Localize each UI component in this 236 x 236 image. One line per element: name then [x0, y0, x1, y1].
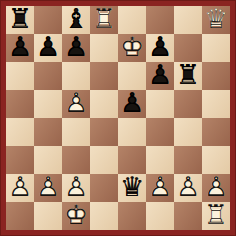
square-e3[interactable]: [118, 146, 146, 174]
piece-glyph-outline: ♙: [6, 32, 34, 62]
piece-glyph-outline: ♖: [202, 200, 230, 230]
square-d5[interactable]: [90, 90, 118, 118]
white-king: ♚♔: [62, 202, 90, 230]
square-a8[interactable]: ♜♖: [6, 6, 34, 34]
piece-glyph-fill: ♟: [146, 60, 174, 90]
white-pawn: ♟♙: [6, 174, 34, 202]
chess-board: ♜♖♝♗♜♖♛♕♟♙♟♙♟♙♚♔♟♙♟♙♜♖♟♙♟♙♟♙♟♙♟♙♛♕♟♙♟♙♟♙…: [6, 6, 230, 230]
black-pawn: ♟♙: [146, 34, 174, 62]
square-g1[interactable]: [174, 202, 202, 230]
square-e8[interactable]: [118, 6, 146, 34]
piece-glyph-outline: ♙: [118, 88, 146, 118]
square-g2[interactable]: ♟♙: [174, 174, 202, 202]
piece-glyph-outline: ♔: [62, 200, 90, 230]
piece-glyph-outline: ♙: [62, 172, 90, 202]
piece-glyph-fill: ♜: [174, 60, 202, 90]
black-pawn: ♟♙: [62, 34, 90, 62]
square-f3[interactable]: [146, 146, 174, 174]
white-pawn: ♟♙: [62, 90, 90, 118]
square-c3[interactable]: [62, 146, 90, 174]
square-h5[interactable]: [202, 90, 230, 118]
piece-glyph-fill: ♛: [202, 4, 230, 34]
square-c6[interactable]: [62, 62, 90, 90]
square-d8[interactable]: ♜♖: [90, 6, 118, 34]
square-d4[interactable]: [90, 118, 118, 146]
black-queen: ♛♕: [118, 174, 146, 202]
piece-glyph-fill: ♜: [202, 200, 230, 230]
piece-glyph-fill: ♜: [6, 4, 34, 34]
square-c1[interactable]: ♚♔: [62, 202, 90, 230]
square-b4[interactable]: [34, 118, 62, 146]
square-e6[interactable]: [118, 62, 146, 90]
square-e2[interactable]: ♛♕: [118, 174, 146, 202]
piece-glyph-outline: ♗: [62, 4, 90, 34]
piece-glyph-outline: ♙: [6, 172, 34, 202]
square-b6[interactable]: [34, 62, 62, 90]
square-d2[interactable]: [90, 174, 118, 202]
square-a1[interactable]: [6, 202, 34, 230]
piece-glyph-fill: ♟: [34, 172, 62, 202]
black-pawn: ♟♙: [6, 34, 34, 62]
piece-glyph-fill: ♟: [62, 88, 90, 118]
square-f4[interactable]: [146, 118, 174, 146]
square-g4[interactable]: [174, 118, 202, 146]
square-a6[interactable]: [6, 62, 34, 90]
square-g7[interactable]: [174, 34, 202, 62]
piece-glyph-fill: ♟: [6, 32, 34, 62]
square-e1[interactable]: [118, 202, 146, 230]
piece-glyph-fill: ♝: [62, 4, 90, 34]
board-frame: ♜♖♝♗♜♖♛♕♟♙♟♙♟♙♚♔♟♙♟♙♜♖♟♙♟♙♟♙♟♙♟♙♛♕♟♙♟♙♟♙…: [0, 0, 236, 236]
piece-glyph-outline: ♔: [118, 32, 146, 62]
piece-glyph-fill: ♛: [118, 172, 146, 202]
piece-glyph-outline: ♙: [34, 32, 62, 62]
white-queen: ♛♕: [202, 6, 230, 34]
square-f8[interactable]: [146, 6, 174, 34]
square-b1[interactable]: [34, 202, 62, 230]
square-e7[interactable]: ♚♔: [118, 34, 146, 62]
piece-glyph-outline: ♖: [6, 4, 34, 34]
piece-glyph-outline: ♙: [62, 88, 90, 118]
square-f7[interactable]: ♟♙: [146, 34, 174, 62]
square-h3[interactable]: [202, 146, 230, 174]
piece-glyph-fill: ♚: [118, 32, 146, 62]
square-c5[interactable]: ♟♙: [62, 90, 90, 118]
square-c7[interactable]: ♟♙: [62, 34, 90, 62]
white-rook: ♜♖: [202, 202, 230, 230]
square-a5[interactable]: [6, 90, 34, 118]
piece-glyph-outline: ♙: [202, 172, 230, 202]
square-h2[interactable]: ♟♙: [202, 174, 230, 202]
square-h6[interactable]: [202, 62, 230, 90]
black-bishop: ♝♗: [62, 6, 90, 34]
square-h7[interactable]: [202, 34, 230, 62]
square-c4[interactable]: [62, 118, 90, 146]
square-d7[interactable]: [90, 34, 118, 62]
square-c8[interactable]: ♝♗: [62, 6, 90, 34]
white-pawn: ♟♙: [62, 174, 90, 202]
black-rook: ♜♖: [174, 62, 202, 90]
square-b8[interactable]: [34, 6, 62, 34]
square-f1[interactable]: [146, 202, 174, 230]
square-c2[interactable]: ♟♙: [62, 174, 90, 202]
square-h4[interactable]: [202, 118, 230, 146]
piece-glyph-outline: ♙: [146, 32, 174, 62]
piece-glyph-outline: ♖: [90, 4, 118, 34]
square-d3[interactable]: [90, 146, 118, 174]
white-rook: ♜♖: [90, 6, 118, 34]
white-pawn: ♟♙: [146, 174, 174, 202]
square-f2[interactable]: ♟♙: [146, 174, 174, 202]
piece-glyph-outline: ♙: [34, 172, 62, 202]
square-b7[interactable]: ♟♙: [34, 34, 62, 62]
piece-glyph-fill: ♚: [62, 200, 90, 230]
square-b3[interactable]: [34, 146, 62, 174]
square-g6[interactable]: ♜♖: [174, 62, 202, 90]
piece-glyph-fill: ♜: [90, 4, 118, 34]
square-g5[interactable]: [174, 90, 202, 118]
square-a3[interactable]: [6, 146, 34, 174]
black-pawn: ♟♙: [118, 90, 146, 118]
square-g8[interactable]: [174, 6, 202, 34]
piece-glyph-fill: ♟: [146, 172, 174, 202]
square-a7[interactable]: ♟♙: [6, 34, 34, 62]
square-a2[interactable]: ♟♙: [6, 174, 34, 202]
piece-glyph-fill: ♟: [174, 172, 202, 202]
piece-glyph-fill: ♟: [146, 32, 174, 62]
black-pawn: ♟♙: [34, 34, 62, 62]
white-pawn: ♟♙: [202, 174, 230, 202]
piece-glyph-outline: ♖: [174, 60, 202, 90]
square-b2[interactable]: ♟♙: [34, 174, 62, 202]
square-e5[interactable]: ♟♙: [118, 90, 146, 118]
black-rook: ♜♖: [6, 6, 34, 34]
piece-glyph-outline: ♙: [146, 60, 174, 90]
square-f5[interactable]: [146, 90, 174, 118]
black-pawn: ♟♙: [146, 62, 174, 90]
square-e4[interactable]: [118, 118, 146, 146]
white-king: ♚♔: [118, 34, 146, 62]
piece-glyph-outline: ♙: [146, 172, 174, 202]
piece-glyph-outline: ♕: [118, 172, 146, 202]
piece-glyph-outline: ♙: [174, 172, 202, 202]
square-d6[interactable]: [90, 62, 118, 90]
square-d1[interactable]: [90, 202, 118, 230]
piece-glyph-outline: ♙: [62, 32, 90, 62]
square-b5[interactable]: [34, 90, 62, 118]
piece-glyph-outline: ♕: [202, 4, 230, 34]
piece-glyph-fill: ♟: [118, 88, 146, 118]
square-a4[interactable]: [6, 118, 34, 146]
piece-glyph-fill: ♟: [62, 32, 90, 62]
square-g3[interactable]: [174, 146, 202, 174]
piece-glyph-fill: ♟: [34, 32, 62, 62]
white-pawn: ♟♙: [174, 174, 202, 202]
piece-glyph-fill: ♟: [202, 172, 230, 202]
piece-glyph-fill: ♟: [62, 172, 90, 202]
square-h8[interactable]: ♛♕: [202, 6, 230, 34]
piece-glyph-fill: ♟: [6, 172, 34, 202]
white-pawn: ♟♙: [34, 174, 62, 202]
square-h1[interactable]: ♜♖: [202, 202, 230, 230]
square-f6[interactable]: ♟♙: [146, 62, 174, 90]
